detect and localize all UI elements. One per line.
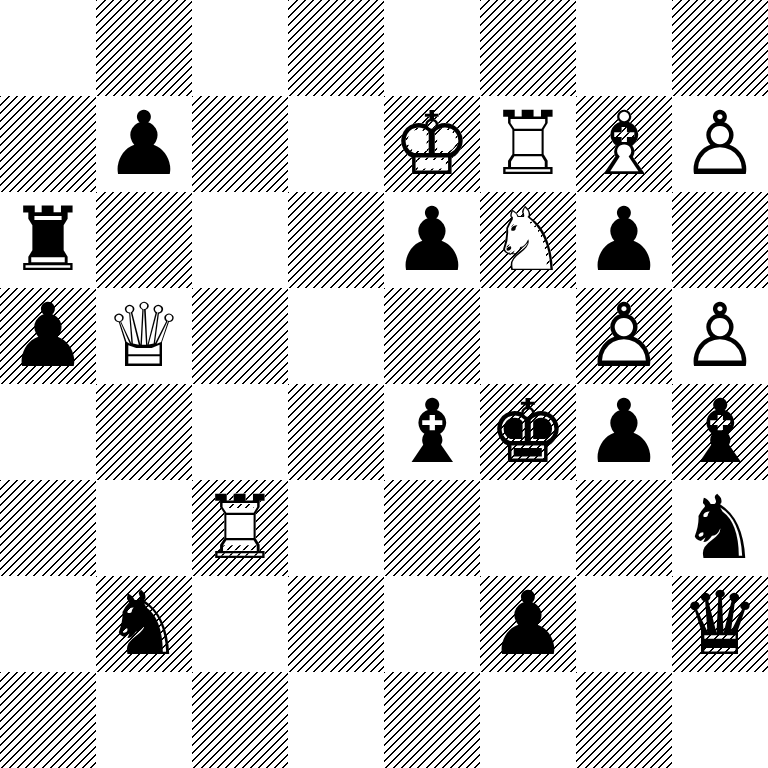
white-bishop-glyph: ♗ — [576, 96, 672, 192]
square-d7[interactable] — [288, 96, 384, 192]
white-queen-glyph: ♕ — [96, 288, 192, 384]
square-e6[interactable]: ♟ — [384, 192, 480, 288]
square-e5[interactable] — [384, 288, 480, 384]
black-bishop-glyph: ♝ — [384, 384, 480, 480]
square-a3[interactable] — [0, 480, 96, 576]
square-a6[interactable]: ♜ — [0, 192, 96, 288]
square-h8[interactable] — [672, 0, 768, 96]
square-b1[interactable] — [96, 672, 192, 768]
square-a4[interactable] — [0, 384, 96, 480]
white-knight-glyph: ♘ — [480, 192, 576, 288]
piece-white-rook: ♜♖ — [480, 96, 576, 192]
piece-white-pawn: ♟♙ — [576, 288, 672, 384]
square-b4[interactable] — [96, 384, 192, 480]
square-h5[interactable]: ♟♙ — [672, 288, 768, 384]
chess-board: ♟♚♔♜♖♝♗♟♙♜♟♞♘♟♟♛♕♟♙♟♙♝♚♟♝♜♖♞♞♟♛ — [0, 0, 768, 768]
square-e8[interactable] — [384, 0, 480, 96]
square-d2[interactable] — [288, 576, 384, 672]
square-f4[interactable]: ♚ — [480, 384, 576, 480]
square-c2[interactable] — [192, 576, 288, 672]
square-g5[interactable]: ♟♙ — [576, 288, 672, 384]
square-e2[interactable] — [384, 576, 480, 672]
black-pawn-glyph: ♟ — [576, 384, 672, 480]
black-bishop-glyph: ♝ — [672, 384, 768, 480]
piece-white-king: ♚♔ — [384, 96, 480, 192]
piece-white-bishop: ♝♗ — [576, 96, 672, 192]
square-g7[interactable]: ♝♗ — [576, 96, 672, 192]
black-knight-glyph: ♞ — [672, 480, 768, 576]
square-f2[interactable]: ♟ — [480, 576, 576, 672]
square-h2[interactable]: ♛ — [672, 576, 768, 672]
piece-white-pawn: ♟♙ — [672, 288, 768, 384]
square-g2[interactable] — [576, 576, 672, 672]
square-a1[interactable] — [0, 672, 96, 768]
piece-black-pawn: ♟ — [0, 288, 96, 384]
square-c3[interactable]: ♜♖ — [192, 480, 288, 576]
white-pawn-glyph: ♙ — [672, 96, 768, 192]
square-b2[interactable]: ♞ — [96, 576, 192, 672]
piece-black-bishop: ♝ — [672, 384, 768, 480]
square-h7[interactable]: ♟♙ — [672, 96, 768, 192]
piece-black-knight: ♞ — [672, 480, 768, 576]
square-e4[interactable]: ♝ — [384, 384, 480, 480]
square-a2[interactable] — [0, 576, 96, 672]
square-d6[interactable] — [288, 192, 384, 288]
square-b7[interactable]: ♟ — [96, 96, 192, 192]
piece-black-rook: ♜ — [0, 192, 96, 288]
black-pawn-glyph: ♟ — [384, 192, 480, 288]
square-a8[interactable] — [0, 0, 96, 96]
square-e3[interactable] — [384, 480, 480, 576]
piece-white-rook: ♜♖ — [192, 480, 288, 576]
square-g8[interactable] — [576, 0, 672, 96]
white-pawn-glyph: ♙ — [576, 288, 672, 384]
square-d5[interactable] — [288, 288, 384, 384]
black-king-glyph: ♚ — [480, 384, 576, 480]
black-rook-glyph: ♜ — [0, 192, 96, 288]
white-rook-glyph: ♖ — [192, 480, 288, 576]
square-g1[interactable] — [576, 672, 672, 768]
square-d3[interactable] — [288, 480, 384, 576]
black-pawn-glyph: ♟ — [0, 288, 96, 384]
piece-black-pawn: ♟ — [384, 192, 480, 288]
square-f1[interactable] — [480, 672, 576, 768]
square-g3[interactable] — [576, 480, 672, 576]
square-h4[interactable]: ♝ — [672, 384, 768, 480]
piece-black-bishop: ♝ — [384, 384, 480, 480]
square-b8[interactable] — [96, 0, 192, 96]
square-b6[interactable] — [96, 192, 192, 288]
piece-white-knight: ♞♘ — [480, 192, 576, 288]
black-pawn-glyph: ♟ — [480, 576, 576, 672]
square-f8[interactable] — [480, 0, 576, 96]
square-f7[interactable]: ♜♖ — [480, 96, 576, 192]
square-d8[interactable] — [288, 0, 384, 96]
square-c6[interactable] — [192, 192, 288, 288]
piece-white-pawn: ♟♙ — [672, 96, 768, 192]
piece-black-pawn: ♟ — [96, 96, 192, 192]
square-c5[interactable] — [192, 288, 288, 384]
piece-black-pawn: ♟ — [480, 576, 576, 672]
white-pawn-glyph: ♙ — [672, 288, 768, 384]
square-e1[interactable] — [384, 672, 480, 768]
piece-black-pawn: ♟ — [576, 384, 672, 480]
square-c7[interactable] — [192, 96, 288, 192]
square-d4[interactable] — [288, 384, 384, 480]
black-knight-glyph: ♞ — [96, 576, 192, 672]
square-f3[interactable] — [480, 480, 576, 576]
square-h6[interactable] — [672, 192, 768, 288]
square-h1[interactable] — [672, 672, 768, 768]
black-pawn-glyph: ♟ — [576, 192, 672, 288]
piece-black-queen: ♛ — [672, 576, 768, 672]
square-g4[interactable]: ♟ — [576, 384, 672, 480]
white-king-glyph: ♔ — [384, 96, 480, 192]
square-c8[interactable] — [192, 0, 288, 96]
black-queen-glyph: ♛ — [672, 576, 768, 672]
piece-white-queen: ♛♕ — [96, 288, 192, 384]
square-g6[interactable]: ♟ — [576, 192, 672, 288]
square-d1[interactable] — [288, 672, 384, 768]
square-c1[interactable] — [192, 672, 288, 768]
black-pawn-glyph: ♟ — [96, 96, 192, 192]
square-f5[interactable] — [480, 288, 576, 384]
white-rook-glyph: ♖ — [480, 96, 576, 192]
square-a5[interactable]: ♟ — [0, 288, 96, 384]
square-e7[interactable]: ♚♔ — [384, 96, 480, 192]
piece-black-pawn: ♟ — [576, 192, 672, 288]
piece-black-knight: ♞ — [96, 576, 192, 672]
square-b5[interactable]: ♛♕ — [96, 288, 192, 384]
square-f6[interactable]: ♞♘ — [480, 192, 576, 288]
square-b3[interactable] — [96, 480, 192, 576]
square-h3[interactable]: ♞ — [672, 480, 768, 576]
square-c4[interactable] — [192, 384, 288, 480]
piece-black-king: ♚ — [480, 384, 576, 480]
square-a7[interactable] — [0, 96, 96, 192]
